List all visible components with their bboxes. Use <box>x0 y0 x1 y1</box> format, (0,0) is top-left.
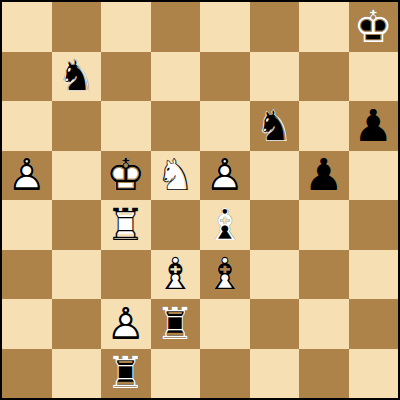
square-d8[interactable] <box>151 2 201 52</box>
square-d2[interactable]: ♜♖ <box>151 299 201 349</box>
square-b7[interactable]: ♞♘ <box>52 52 102 102</box>
square-e6[interactable] <box>200 101 250 151</box>
square-g3[interactable] <box>299 250 349 300</box>
piece-white-king[interactable]: ♚♔ <box>101 151 151 201</box>
white-bishop-outline: ♗ <box>151 250 201 300</box>
square-a2[interactable] <box>2 299 52 349</box>
square-c4[interactable]: ♜♖ <box>101 200 151 250</box>
black-king-outline: ♔ <box>349 2 399 52</box>
square-c7[interactable] <box>101 52 151 102</box>
black-knight-outline: ♘ <box>52 52 102 102</box>
square-g6[interactable] <box>299 101 349 151</box>
black-rook-outline: ♖ <box>101 349 151 399</box>
square-a1[interactable] <box>2 349 52 399</box>
square-g1[interactable] <box>299 349 349 399</box>
square-f5[interactable] <box>250 151 300 201</box>
square-e3[interactable]: ♝♗ <box>200 250 250 300</box>
square-f4[interactable] <box>250 200 300 250</box>
square-e7[interactable] <box>200 52 250 102</box>
square-h2[interactable] <box>349 299 399 349</box>
square-f3[interactable] <box>250 250 300 300</box>
square-h5[interactable] <box>349 151 399 201</box>
black-rook-outline: ♖ <box>151 299 201 349</box>
square-h4[interactable] <box>349 200 399 250</box>
square-e5[interactable]: ♟♙ <box>200 151 250 201</box>
piece-black-king[interactable]: ♚♔ <box>349 2 399 52</box>
white-pawn-outline: ♙ <box>200 151 250 201</box>
piece-black-rook[interactable]: ♜♖ <box>101 349 151 399</box>
square-g4[interactable] <box>299 200 349 250</box>
piece-white-pawn[interactable]: ♟♙ <box>200 151 250 201</box>
square-a5[interactable]: ♟♙ <box>2 151 52 201</box>
square-a6[interactable] <box>2 101 52 151</box>
square-b3[interactable] <box>52 250 102 300</box>
square-c2[interactable]: ♟♙ <box>101 299 151 349</box>
square-a7[interactable] <box>2 52 52 102</box>
white-rook-outline: ♖ <box>101 200 151 250</box>
square-h8[interactable]: ♚♔ <box>349 2 399 52</box>
piece-white-pawn[interactable]: ♟♙ <box>2 151 52 201</box>
square-b2[interactable] <box>52 299 102 349</box>
square-g7[interactable] <box>299 52 349 102</box>
square-d3[interactable]: ♝♗ <box>151 250 201 300</box>
square-d1[interactable] <box>151 349 201 399</box>
square-g5[interactable]: ♟ <box>299 151 349 201</box>
piece-white-rook[interactable]: ♜♖ <box>101 200 151 250</box>
square-b6[interactable] <box>52 101 102 151</box>
square-a8[interactable] <box>2 2 52 52</box>
square-c3[interactable] <box>101 250 151 300</box>
white-pawn-outline: ♙ <box>2 151 52 201</box>
square-e2[interactable] <box>200 299 250 349</box>
piece-black-bishop[interactable]: ♝♗ <box>200 200 250 250</box>
piece-black-pawn[interactable]: ♟ <box>299 151 349 201</box>
white-bishop-outline: ♗ <box>200 250 250 300</box>
square-c5[interactable]: ♚♔ <box>101 151 151 201</box>
square-e1[interactable] <box>200 349 250 399</box>
square-d4[interactable] <box>151 200 201 250</box>
square-d6[interactable] <box>151 101 201 151</box>
square-e8[interactable] <box>200 2 250 52</box>
piece-black-knight[interactable]: ♞♘ <box>250 101 300 151</box>
piece-white-bishop[interactable]: ♝♗ <box>200 250 250 300</box>
square-f1[interactable] <box>250 349 300 399</box>
square-f8[interactable] <box>250 2 300 52</box>
black-knight-outline: ♘ <box>250 101 300 151</box>
white-knight-outline: ♘ <box>151 151 201 201</box>
square-h3[interactable] <box>349 250 399 300</box>
square-h7[interactable] <box>349 52 399 102</box>
square-g8[interactable] <box>299 2 349 52</box>
square-c8[interactable] <box>101 2 151 52</box>
piece-black-knight[interactable]: ♞♘ <box>52 52 102 102</box>
square-f6[interactable]: ♞♘ <box>250 101 300 151</box>
square-f7[interactable] <box>250 52 300 102</box>
chess-board: ♚♔♞♘♞♘♟♟♙♚♔♞♘♟♙♟♜♖♝♗♝♗♝♗♟♙♜♖♜♖ <box>2 2 398 398</box>
piece-white-bishop[interactable]: ♝♗ <box>151 250 201 300</box>
white-pawn-outline: ♙ <box>101 299 151 349</box>
black-pawn-glyph: ♟ <box>299 151 349 201</box>
square-b1[interactable] <box>52 349 102 399</box>
square-h6[interactable]: ♟ <box>349 101 399 151</box>
piece-white-knight[interactable]: ♞♘ <box>151 151 201 201</box>
piece-black-rook[interactable]: ♜♖ <box>151 299 201 349</box>
piece-white-pawn[interactable]: ♟♙ <box>101 299 151 349</box>
square-e4[interactable]: ♝♗ <box>200 200 250 250</box>
square-h1[interactable] <box>349 349 399 399</box>
white-king-outline: ♔ <box>101 151 151 201</box>
black-bishop-outline: ♗ <box>200 200 250 250</box>
square-c6[interactable] <box>101 101 151 151</box>
square-c1[interactable]: ♜♖ <box>101 349 151 399</box>
square-b4[interactable] <box>52 200 102 250</box>
piece-black-pawn[interactable]: ♟ <box>349 101 399 151</box>
square-b8[interactable] <box>52 2 102 52</box>
square-d7[interactable] <box>151 52 201 102</box>
square-d5[interactable]: ♞♘ <box>151 151 201 201</box>
square-b5[interactable] <box>52 151 102 201</box>
chess-board-frame: ♚♔♞♘♞♘♟♟♙♚♔♞♘♟♙♟♜♖♝♗♝♗♝♗♟♙♜♖♜♖ <box>0 0 400 400</box>
square-a3[interactable] <box>2 250 52 300</box>
black-pawn-glyph: ♟ <box>349 101 399 151</box>
square-f2[interactable] <box>250 299 300 349</box>
square-g2[interactable] <box>299 299 349 349</box>
square-a4[interactable] <box>2 200 52 250</box>
